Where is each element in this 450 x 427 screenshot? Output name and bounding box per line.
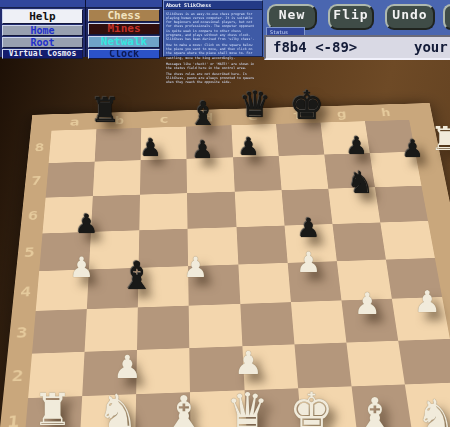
piece-black-pawn-f7[interactable]: ♟ — [346, 134, 368, 158]
square-e5[interactable] — [236, 225, 287, 264]
file-label-c: c — [141, 110, 186, 128]
square-a3[interactable] — [32, 309, 87, 353]
board-border — [31, 114, 53, 131]
piece-white-queen-d1[interactable]: ♛ — [226, 386, 269, 427]
button-virtual-cosmos[interactable]: Virtual Cosmos — [2, 49, 83, 59]
square-e4[interactable] — [238, 263, 291, 304]
control-bar: HelpHomeRootVirtual Cosmos ChessMinesNet… — [0, 0, 450, 57]
button-mines[interactable]: Mines — [88, 23, 160, 35]
about-paragraph: SlikChess is an easy-to-use chess progra… — [166, 12, 260, 41]
app-panel-titlebar — [86, 0, 162, 8]
button-undo[interactable]: Undo — [385, 4, 435, 30]
square-c7[interactable] — [140, 159, 187, 194]
piece-white-rook-a1[interactable]: ♜ — [33, 388, 72, 427]
piece-black-pawn-d7[interactable]: ♟ — [238, 135, 260, 159]
square-g2[interactable] — [346, 340, 405, 386]
button-clock[interactable]: Clock — [88, 49, 160, 59]
piece-black-pawn-c7[interactable]: ♟ — [192, 138, 214, 162]
about-panel-text: SlikChess is an easy-to-use chess progra… — [164, 10, 262, 89]
button-netwalk[interactable]: Netwalk — [88, 36, 160, 48]
board-border — [406, 103, 433, 120]
rank-label-3: 3 — [8, 311, 36, 354]
rank-label-1: 1 — [0, 398, 28, 427]
piece-white-bishop-f1[interactable]: ♝ — [355, 392, 394, 427]
piece-white-knight-b1[interactable]: ♞ — [97, 388, 138, 427]
square-c6[interactable] — [140, 193, 188, 230]
rank-label-4: 4 — [12, 271, 39, 312]
rank-label-7: 7 — [24, 163, 49, 198]
piece-black-pawn-b7[interactable]: ♟ — [140, 136, 162, 160]
button-chess[interactable]: Chess — [88, 9, 160, 22]
rank-label-8: 8 — [27, 131, 51, 164]
piece-black-bishop-c8[interactable]: ♝ — [189, 97, 219, 130]
piece-black-bishop-b4[interactable]: ♝ — [120, 257, 154, 295]
square-h6[interactable] — [375, 185, 428, 222]
nav-buttons: HelpHomeRootVirtual Cosmos — [0, 9, 85, 59]
square-f7[interactable] — [278, 155, 328, 190]
chess-board: abcdefgh87654321 — [0, 103, 450, 427]
square-b7[interactable] — [93, 160, 141, 196]
file-label-h: h — [362, 104, 409, 121]
file-label-g: g — [318, 105, 364, 123]
button-home[interactable]: Home — [2, 25, 83, 36]
about-paragraph: The chess rules are not described here. … — [166, 72, 260, 84]
square-f3[interactable] — [291, 301, 347, 344]
status-move-text: f8b4 <-89> — [273, 37, 357, 57]
nav-button-panel: HelpHomeRootVirtual Cosmos — [0, 0, 86, 57]
piece-white-knight-g1[interactable]: ♞ — [416, 394, 450, 427]
piece-black-pawn-e5[interactable]: ♟ — [297, 215, 320, 241]
piece-white-pawn-d2[interactable]: ♟ — [234, 347, 263, 379]
piece-white-pawn-e4[interactable]: ♟ — [296, 249, 321, 277]
square-a7[interactable] — [46, 162, 95, 198]
app-button-panel: ChessMinesNetwalkClock — [86, 0, 163, 57]
chess-3d-viewport: abcdefgh87654321 ♜♝♛♚♟♟♟♟♟♜♞♟♟♟♝♟♟♟♟♟♟♜♞… — [0, 57, 450, 427]
about-paragraph: How to make a move: Click on the square … — [166, 43, 260, 60]
piece-white-king-e1[interactable]: ♚ — [289, 386, 334, 427]
square-b8[interactable] — [95, 128, 142, 162]
rank-label-2: 2 — [3, 353, 32, 399]
piece-white-pawn-b2[interactable]: ♟ — [113, 351, 142, 383]
rank-label-5: 5 — [16, 233, 42, 272]
square-e7[interactable] — [233, 156, 282, 191]
button-partial[interactable] — [443, 4, 450, 30]
piece-white-pawn-g3[interactable]: ♟ — [414, 287, 441, 317]
square-g5[interactable] — [332, 222, 386, 261]
piece-white-rook-h7[interactable]: ♜ — [431, 122, 450, 155]
piece-white-pawn-a4[interactable]: ♟ — [69, 254, 94, 282]
square-d6[interactable] — [187, 191, 236, 228]
square-h2[interactable] — [398, 339, 450, 385]
about-panel: About SlikChess SlikChess is an easy-to-… — [163, 0, 263, 57]
piece-black-king-e8[interactable]: ♚ — [290, 86, 325, 125]
square-a8[interactable] — [49, 129, 97, 163]
about-panel-title: About SlikChess — [164, 1, 262, 10]
piece-white-pawn-c4[interactable]: ♟ — [183, 254, 208, 282]
square-e6[interactable] — [234, 190, 284, 227]
app-buttons: ChessMinesNetwalkClock — [86, 9, 162, 59]
button-flip[interactable]: Flip — [328, 4, 374, 30]
piece-black-pawn-g7[interactable]: ♟ — [402, 137, 424, 161]
game-control-panel: NewFlipUndo Status f8b4 <-89> your move — [263, 0, 450, 57]
action-buttons: NewFlipUndo — [265, 4, 450, 28]
slikchess-window: HelpHomeRootVirtual Cosmos ChessMinesNet… — [0, 0, 450, 427]
button-help[interactable]: Help — [2, 9, 83, 24]
square-e3[interactable] — [240, 302, 294, 346]
nav-panel-titlebar — [0, 0, 85, 8]
piece-black-knight-f6[interactable]: ♞ — [347, 168, 374, 198]
button-root[interactable]: Root — [2, 37, 83, 48]
status-turn-text: your move — [414, 37, 450, 57]
about-paragraph: Messages like 'check!' or 'MATE!' are sh… — [166, 62, 260, 70]
square-b6[interactable] — [91, 194, 140, 231]
piece-white-pawn-f3[interactable]: ♟ — [354, 289, 381, 319]
square-d3[interactable] — [189, 304, 242, 348]
piece-black-pawn-a5[interactable]: ♟ — [75, 211, 98, 237]
square-b3[interactable] — [85, 308, 138, 352]
piece-white-bishop-c1[interactable]: ♝ — [164, 390, 203, 427]
square-c3[interactable] — [137, 306, 189, 350]
piece-black-rook-a8[interactable]: ♜ — [90, 93, 120, 127]
status-field: f8b4 <-89> your move — [264, 35, 450, 60]
rank-label-6: 6 — [20, 197, 46, 234]
piece-black-queen-d8[interactable]: ♛ — [239, 87, 271, 123]
square-h5[interactable] — [380, 221, 435, 260]
